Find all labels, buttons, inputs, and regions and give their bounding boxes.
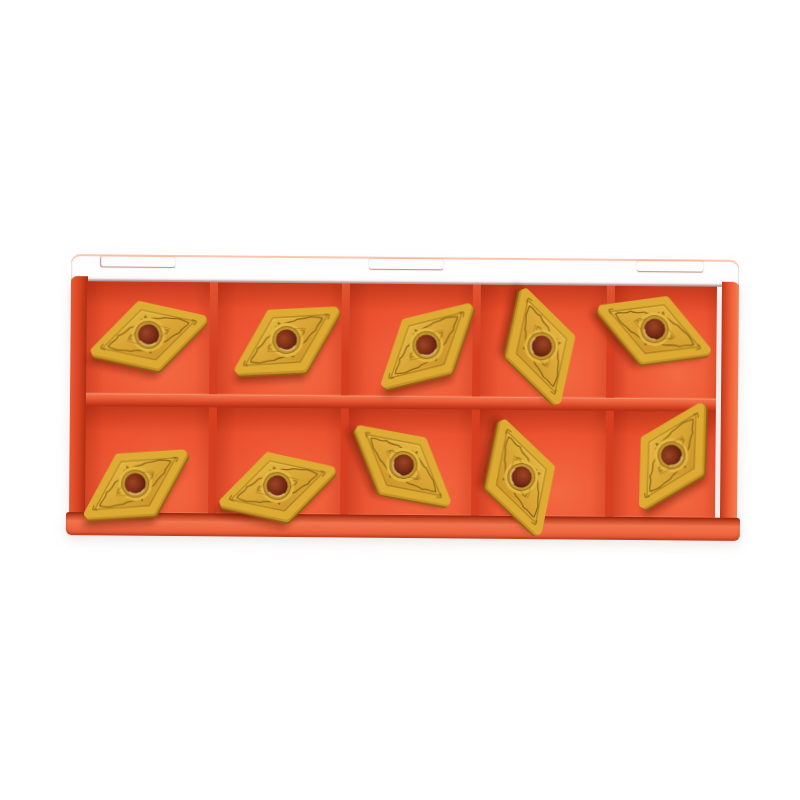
carbide-insert — [198, 421, 356, 552]
carbide-insert — [455, 398, 587, 557]
insert-tray — [69, 254, 739, 541]
carbide-insert — [52, 407, 218, 561]
inserts-layer — [69, 254, 739, 541]
product-photo — [0, 0, 800, 800]
carbide-insert — [203, 264, 369, 417]
carbide-insert — [596, 372, 748, 538]
carbide-insert — [320, 385, 486, 546]
